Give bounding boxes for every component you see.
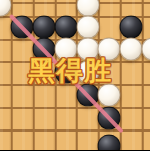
black-stone-r4c4 — [76, 84, 99, 107]
white-stone-r1c4 — [76, 16, 99, 39]
result-banner: 黑得胜 — [28, 56, 112, 86]
black-stone-r1c3 — [54, 16, 77, 39]
black-stone-r1c2 — [32, 16, 55, 39]
white-stone-r4c5 — [98, 84, 121, 107]
black-stone-r1c1 — [10, 16, 33, 39]
gomoku-board[interactable]: 黑得胜 — [0, 0, 150, 150]
black-stone-r5c5 — [98, 107, 121, 130]
black-stone-r6c5 — [98, 135, 121, 151]
white-stone-r2c6 — [120, 38, 143, 61]
black-stone-r1c6 — [120, 16, 143, 39]
